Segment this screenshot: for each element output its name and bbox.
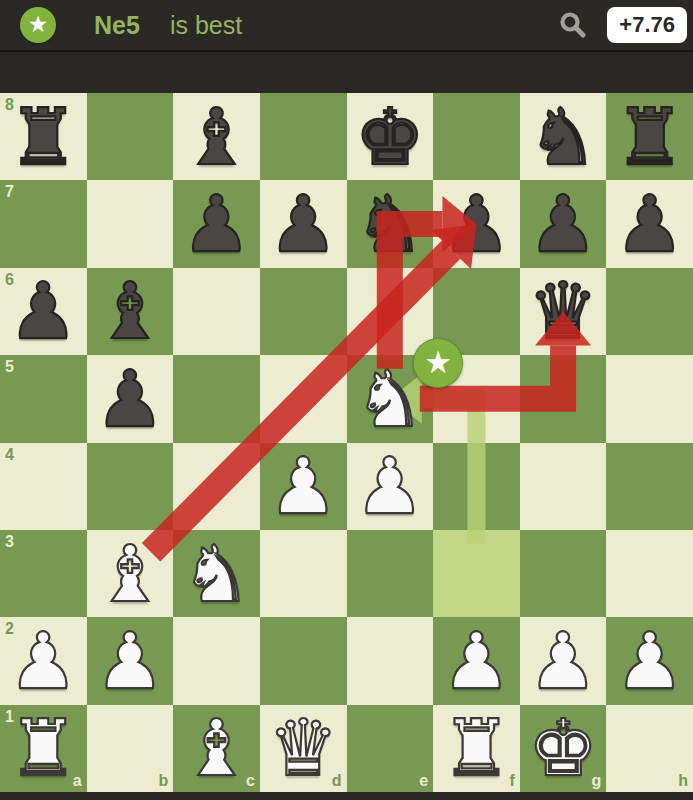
piece-wP-f2[interactable]: ♟ xyxy=(433,617,520,704)
square-c2[interactable] xyxy=(173,617,260,704)
square-h1[interactable]: h xyxy=(606,705,693,792)
piece-wP-g2[interactable]: ♟ xyxy=(520,617,607,704)
piece-wR-f1[interactable]: ♜ xyxy=(433,705,520,792)
piece-bP-a6[interactable]: ♟ xyxy=(0,268,87,355)
evaluation-badge: +7.76 xyxy=(607,7,687,42)
best-move-phrase: is best xyxy=(170,11,242,40)
piece-bB-c8[interactable]: ♝ xyxy=(173,93,260,180)
square-g5[interactable] xyxy=(520,355,607,442)
square-f5[interactable] xyxy=(433,355,520,442)
best-move-badge: ★ xyxy=(20,7,56,43)
square-e6[interactable] xyxy=(347,268,434,355)
piece-wQ-d1[interactable]: ♛ xyxy=(260,705,347,792)
square-e1[interactable]: e xyxy=(347,705,434,792)
piece-bP-d7[interactable]: ♟ xyxy=(260,180,347,267)
square-g3[interactable] xyxy=(520,530,607,617)
rank-label-4: 4 xyxy=(5,447,14,463)
piece-wP-d4[interactable]: ♟ xyxy=(260,443,347,530)
square-c5[interactable] xyxy=(173,355,260,442)
square-h5[interactable] xyxy=(606,355,693,442)
square-d6[interactable] xyxy=(260,268,347,355)
piece-bR-a8[interactable]: ♜ xyxy=(0,93,87,180)
square-e3[interactable] xyxy=(347,530,434,617)
file-label-b: b xyxy=(158,773,168,789)
highlight-f3 xyxy=(433,530,520,617)
square-e2[interactable] xyxy=(347,617,434,704)
piece-wB-c1[interactable]: ♝ xyxy=(173,705,260,792)
search-icon xyxy=(558,10,588,40)
rank-label-7: 7 xyxy=(5,184,14,200)
square-h6[interactable] xyxy=(606,268,693,355)
piece-wK-g1[interactable]: ♚ xyxy=(520,705,607,792)
square-f6[interactable] xyxy=(433,268,520,355)
square-b8[interactable] xyxy=(87,93,174,180)
square-a7[interactable]: 7 xyxy=(0,180,87,267)
piece-bP-c7[interactable]: ♟ xyxy=(173,180,260,267)
square-a4[interactable]: 4 xyxy=(0,443,87,530)
piece-wN-e5[interactable]: ♞ xyxy=(347,355,434,442)
rank-label-5: 5 xyxy=(5,359,14,375)
square-f4[interactable] xyxy=(433,443,520,530)
piece-bN-e7[interactable]: ♞ xyxy=(347,180,434,267)
piece-bP-h7[interactable]: ♟ xyxy=(606,180,693,267)
piece-bK-e8[interactable]: ♚ xyxy=(347,93,434,180)
piece-wP-a2[interactable]: ♟ xyxy=(0,617,87,704)
square-f3[interactable] xyxy=(433,530,520,617)
piece-bP-b5[interactable]: ♟ xyxy=(87,355,174,442)
piece-bP-f7[interactable]: ♟ xyxy=(433,180,520,267)
chess-board[interactable]: 87654321abcdefgh ♜♝♚♞♜♟♟♞♟♟♟♟♝♛♟♞♟♟♝♞♟♟♟… xyxy=(0,93,693,792)
piece-wP-h2[interactable]: ♟ xyxy=(606,617,693,704)
piece-wP-b2[interactable]: ♟ xyxy=(87,617,174,704)
square-g4[interactable] xyxy=(520,443,607,530)
square-h4[interactable] xyxy=(606,443,693,530)
file-label-h: h xyxy=(678,773,688,789)
piece-bB-b6[interactable]: ♝ xyxy=(87,268,174,355)
piece-wB-b3[interactable]: ♝ xyxy=(87,530,174,617)
square-b1[interactable]: b xyxy=(87,705,174,792)
square-c4[interactable] xyxy=(173,443,260,530)
piece-wP-e4[interactable]: ♟ xyxy=(347,443,434,530)
square-h3[interactable] xyxy=(606,530,693,617)
piece-bR-h8[interactable]: ♜ xyxy=(606,93,693,180)
piece-bQ-g6[interactable]: ♛ xyxy=(520,268,607,355)
square-a3[interactable]: 3 xyxy=(0,530,87,617)
analysis-bar: ★ Ne5 is best +7.76 xyxy=(0,0,693,52)
square-f8[interactable] xyxy=(433,93,520,180)
piece-bP-g7[interactable]: ♟ xyxy=(520,180,607,267)
best-move-text: Ne5 xyxy=(94,11,140,40)
square-d3[interactable] xyxy=(260,530,347,617)
square-a5[interactable]: 5 xyxy=(0,355,87,442)
file-label-e: e xyxy=(419,773,428,789)
search-button[interactable] xyxy=(557,9,589,41)
square-d5[interactable] xyxy=(260,355,347,442)
square-b7[interactable] xyxy=(87,180,174,267)
piece-wR-a1[interactable]: ♜ xyxy=(0,705,87,792)
star-icon: ★ xyxy=(28,13,49,36)
square-b4[interactable] xyxy=(87,443,174,530)
square-c6[interactable] xyxy=(173,268,260,355)
square-d8[interactable] xyxy=(260,93,347,180)
piece-wN-c3[interactable]: ♞ xyxy=(173,530,260,617)
piece-bN-g8[interactable]: ♞ xyxy=(520,93,607,180)
square-d2[interactable] xyxy=(260,617,347,704)
rank-label-3: 3 xyxy=(5,534,14,550)
